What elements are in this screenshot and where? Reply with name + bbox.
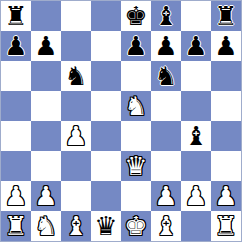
square-c7[interactable] xyxy=(61,31,91,61)
square-c4[interactable]: ♟ xyxy=(61,121,91,151)
square-f6[interactable]: ♞ xyxy=(151,61,181,91)
square-f4[interactable] xyxy=(151,121,181,151)
square-c5[interactable] xyxy=(61,91,91,121)
chess-board: ♜♚♝♜♟♟♟♟♟♟♞♞♞♟♝♛♟♟♟♟♟♜♞♝♛♚♝♜ xyxy=(0,0,242,242)
square-h4[interactable] xyxy=(211,121,241,151)
black-pawn[interactable]: ♟ xyxy=(184,33,207,59)
white-pawn[interactable]: ♟ xyxy=(4,183,27,209)
white-bishop[interactable]: ♝ xyxy=(154,213,177,239)
square-e2[interactable] xyxy=(121,181,151,211)
square-e5[interactable]: ♞ xyxy=(121,91,151,121)
square-f2[interactable]: ♟ xyxy=(151,181,181,211)
square-f8[interactable]: ♝ xyxy=(151,1,181,31)
square-e4[interactable] xyxy=(121,121,151,151)
white-knight[interactable]: ♞ xyxy=(34,213,57,239)
black-rook[interactable]: ♜ xyxy=(214,3,237,29)
square-f1[interactable]: ♝ xyxy=(151,211,181,241)
square-e1[interactable]: ♚ xyxy=(121,211,151,241)
black-rook[interactable]: ♜ xyxy=(4,3,27,29)
square-a8[interactable]: ♜ xyxy=(1,1,31,31)
white-queen[interactable]: ♛ xyxy=(124,153,147,179)
square-b7[interactable]: ♟ xyxy=(31,31,61,61)
square-a4[interactable] xyxy=(1,121,31,151)
square-c6[interactable]: ♞ xyxy=(61,61,91,91)
square-e6[interactable] xyxy=(121,61,151,91)
black-knight[interactable]: ♞ xyxy=(64,63,87,89)
black-pawn[interactable]: ♟ xyxy=(34,33,57,59)
black-king[interactable]: ♚ xyxy=(124,3,147,29)
white-pawn[interactable]: ♟ xyxy=(154,183,177,209)
square-c2[interactable] xyxy=(61,181,91,211)
white-rook[interactable]: ♜ xyxy=(4,213,27,239)
square-c8[interactable] xyxy=(61,1,91,31)
square-h2[interactable]: ♟ xyxy=(211,181,241,211)
white-rook[interactable]: ♜ xyxy=(214,213,237,239)
square-c1[interactable]: ♝ xyxy=(61,211,91,241)
square-e3[interactable]: ♛ xyxy=(121,151,151,181)
square-a5[interactable] xyxy=(1,91,31,121)
black-pawn[interactable]: ♟ xyxy=(214,33,237,59)
square-d7[interactable] xyxy=(91,31,121,61)
square-a7[interactable]: ♟ xyxy=(1,31,31,61)
square-g2[interactable]: ♟ xyxy=(181,181,211,211)
square-d1[interactable]: ♛ xyxy=(91,211,121,241)
square-a1[interactable]: ♜ xyxy=(1,211,31,241)
square-e8[interactable]: ♚ xyxy=(121,1,151,31)
white-pawn[interactable]: ♟ xyxy=(34,183,57,209)
square-d3[interactable] xyxy=(91,151,121,181)
square-d6[interactable] xyxy=(91,61,121,91)
square-h7[interactable]: ♟ xyxy=(211,31,241,61)
white-pawn[interactable]: ♟ xyxy=(184,183,207,209)
white-pawn[interactable]: ♟ xyxy=(64,123,87,149)
square-g7[interactable]: ♟ xyxy=(181,31,211,61)
square-d4[interactable] xyxy=(91,121,121,151)
white-pawn[interactable]: ♟ xyxy=(214,183,237,209)
square-b1[interactable]: ♞ xyxy=(31,211,61,241)
square-h1[interactable]: ♜ xyxy=(211,211,241,241)
black-bishop[interactable]: ♝ xyxy=(154,3,177,29)
square-h3[interactable] xyxy=(211,151,241,181)
square-g8[interactable] xyxy=(181,1,211,31)
black-pawn[interactable]: ♟ xyxy=(4,33,27,59)
square-d5[interactable] xyxy=(91,91,121,121)
square-f7[interactable]: ♟ xyxy=(151,31,181,61)
square-b5[interactable] xyxy=(31,91,61,121)
black-knight[interactable]: ♞ xyxy=(154,63,177,89)
square-b4[interactable] xyxy=(31,121,61,151)
black-bishop[interactable]: ♝ xyxy=(184,123,207,149)
square-g3[interactable] xyxy=(181,151,211,181)
black-pawn[interactable]: ♟ xyxy=(154,33,177,59)
square-b6[interactable] xyxy=(31,61,61,91)
square-g6[interactable] xyxy=(181,61,211,91)
square-h5[interactable] xyxy=(211,91,241,121)
white-knight[interactable]: ♞ xyxy=(124,93,147,119)
square-a2[interactable]: ♟ xyxy=(1,181,31,211)
square-h8[interactable]: ♜ xyxy=(211,1,241,31)
square-d2[interactable] xyxy=(91,181,121,211)
black-queen[interactable]: ♛ xyxy=(94,213,117,239)
square-b3[interactable] xyxy=(31,151,61,181)
square-f3[interactable] xyxy=(151,151,181,181)
square-e7[interactable]: ♟ xyxy=(121,31,151,61)
square-g1[interactable] xyxy=(181,211,211,241)
square-c3[interactable] xyxy=(61,151,91,181)
square-b8[interactable] xyxy=(31,1,61,31)
square-g5[interactable] xyxy=(181,91,211,121)
square-a6[interactable] xyxy=(1,61,31,91)
square-a3[interactable] xyxy=(1,151,31,181)
square-b2[interactable]: ♟ xyxy=(31,181,61,211)
white-bishop[interactable]: ♝ xyxy=(64,213,87,239)
square-g4[interactable]: ♝ xyxy=(181,121,211,151)
square-h6[interactable] xyxy=(211,61,241,91)
black-pawn[interactable]: ♟ xyxy=(124,33,147,59)
white-king[interactable]: ♚ xyxy=(124,213,147,239)
square-f5[interactable] xyxy=(151,91,181,121)
square-d8[interactable] xyxy=(91,1,121,31)
